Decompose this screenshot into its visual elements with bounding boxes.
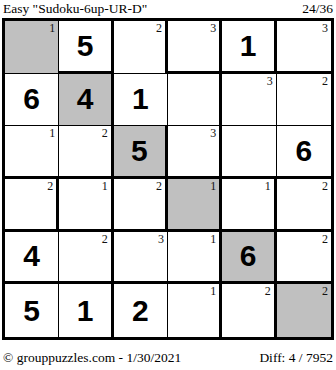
cell-r1c6[interactable]: 3 <box>277 21 331 74</box>
cell-r2c5[interactable]: 3 <box>222 74 276 127</box>
corner-mark: 2 <box>156 21 162 35</box>
cell-r5c3[interactable]: 3 <box>114 232 168 285</box>
cell-r2c6[interactable]: 2 <box>277 74 331 127</box>
corner-mark: 3 <box>322 21 328 35</box>
cell-value: 5 <box>23 296 40 326</box>
cell-r4c5[interactable]: 1 <box>222 179 276 232</box>
cell-value: 6 <box>23 84 40 114</box>
cell-value: 2 <box>132 296 149 326</box>
cell-value: 4 <box>77 84 94 114</box>
corner-mark: 3 <box>210 126 216 140</box>
corner-mark: 2 <box>265 284 271 298</box>
cell-r6c4[interactable]: 1 <box>168 284 222 337</box>
corner-mark: 1 <box>210 232 216 246</box>
corner-mark: 3 <box>158 232 164 246</box>
cell-r1c1[interactable]: 1 <box>5 21 59 74</box>
cell-r4c6[interactable]: 2 <box>277 179 331 232</box>
corner-mark: 3 <box>210 21 216 35</box>
cell-r6c3: 2 <box>114 284 168 337</box>
corner-mark: 1 <box>49 21 55 35</box>
corner-mark: 1 <box>210 179 216 193</box>
cell-r3c4[interactable]: 3 <box>168 126 222 179</box>
cell-r5c4[interactable]: 1 <box>168 232 222 285</box>
cell-r6c1: 5 <box>5 284 59 337</box>
cell-r2c4[interactable] <box>168 74 222 127</box>
cell-r3c5[interactable] <box>222 126 276 179</box>
cell-r1c2: 5 <box>59 21 113 74</box>
cell-r3c3: 5 <box>114 126 168 179</box>
cell-r4c4[interactable]: 1 <box>168 179 222 232</box>
cell-r1c4[interactable]: 3 <box>168 21 222 74</box>
corner-mark: 2 <box>156 179 162 193</box>
corner-mark: 3 <box>267 74 273 88</box>
cell-r4c2[interactable]: 1 <box>59 179 113 232</box>
cell-r2c2: 4 <box>59 74 113 127</box>
cell-r6c6[interactable]: 2 <box>277 284 331 337</box>
cell-r1c5: 1 <box>222 21 276 74</box>
cell-r3c2[interactable]: 2 <box>59 126 113 179</box>
corner-mark: 2 <box>102 126 108 140</box>
corner-mark: 2 <box>322 179 328 193</box>
cell-r6c2: 1 <box>59 284 113 337</box>
cell-value: 1 <box>240 31 257 61</box>
cell-value: 4 <box>23 241 40 271</box>
cell-value: 1 <box>77 296 94 326</box>
difficulty-text: Diff: 4 / 7952 <box>259 350 333 366</box>
cell-r3c1[interactable]: 1 <box>5 126 59 179</box>
corner-mark: 1 <box>102 179 108 193</box>
progress-counter: 24/36 <box>302 1 333 17</box>
cell-value: 1 <box>132 84 149 114</box>
corner-mark: 2 <box>322 284 328 298</box>
cell-r3c6: 6 <box>277 126 331 179</box>
corner-mark: 2 <box>102 232 108 246</box>
puzzle-title: Easy "Sudoku-6up-UR-D" <box>3 1 147 17</box>
sudoku-grid: 1523136413212536212112423162512122 <box>2 18 334 340</box>
cell-value: 5 <box>77 31 94 61</box>
cell-r5c1: 4 <box>5 232 59 285</box>
cell-r5c2[interactable]: 2 <box>59 232 113 285</box>
corner-mark: 2 <box>322 232 328 246</box>
corner-mark: 1 <box>210 284 216 298</box>
copyright-text: © grouppuzzles.com - 1/30/2021 <box>3 350 181 366</box>
cell-r4c1[interactable]: 2 <box>5 179 59 232</box>
cell-r1c3[interactable]: 2 <box>114 21 168 74</box>
cell-r4c3[interactable]: 2 <box>114 179 168 232</box>
cell-value: 5 <box>131 136 148 166</box>
cell-r6c5[interactable]: 2 <box>222 284 276 337</box>
corner-mark: 2 <box>47 179 53 193</box>
cell-r2c3: 1 <box>114 74 168 127</box>
cell-r5c6[interactable]: 2 <box>277 232 331 285</box>
cell-r5c5: 6 <box>222 232 276 285</box>
cell-r2c1: 6 <box>5 74 59 127</box>
cell-value: 6 <box>240 241 257 271</box>
corner-mark: 2 <box>322 74 328 88</box>
corner-mark: 1 <box>49 126 55 140</box>
corner-mark: 1 <box>265 179 271 193</box>
cell-value: 6 <box>295 136 312 166</box>
